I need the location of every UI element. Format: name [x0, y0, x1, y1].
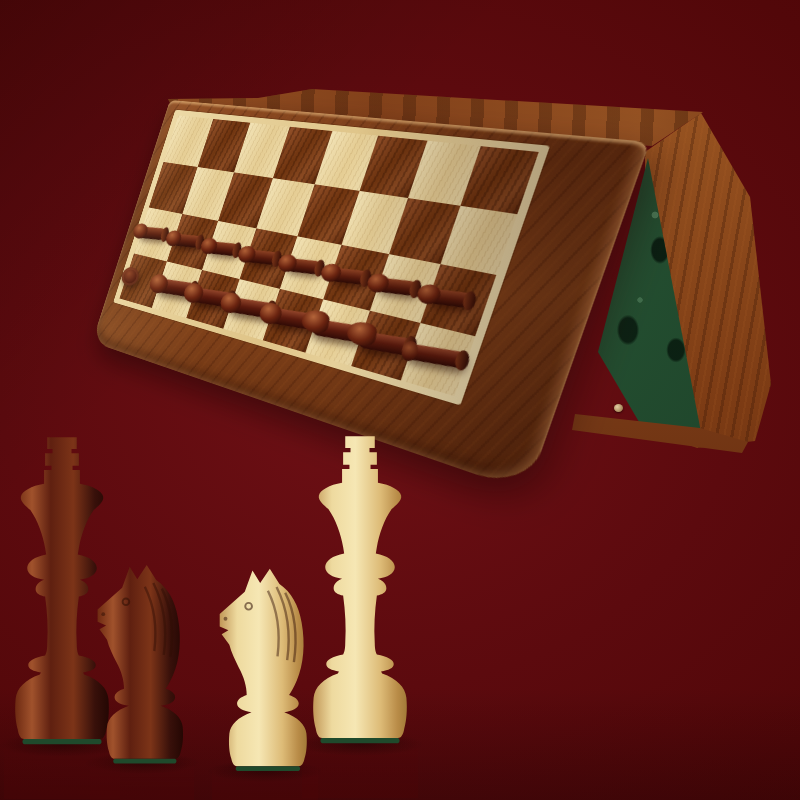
standing-dark-knight — [90, 530, 194, 766]
hinge-pin — [614, 404, 623, 412]
product-photo-stage — [0, 0, 800, 800]
reflection-light-king — [302, 740, 418, 798]
standing-light-king — [302, 430, 418, 746]
standing-light-knight — [212, 533, 318, 774]
